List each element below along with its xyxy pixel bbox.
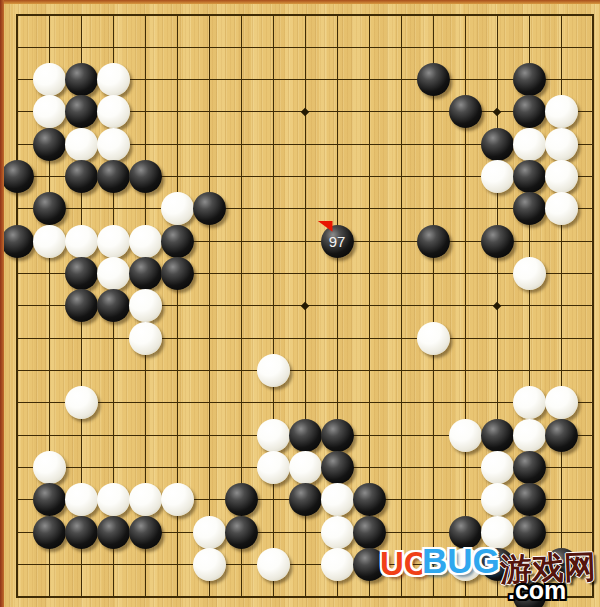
stone-black xyxy=(513,192,546,225)
stone-white xyxy=(545,160,578,193)
stone-black: 97 xyxy=(321,225,354,258)
grid-line xyxy=(401,14,402,598)
stone-white xyxy=(417,322,450,355)
stone-white xyxy=(545,128,578,161)
stone-black xyxy=(481,548,514,581)
stone-black xyxy=(33,483,66,516)
stone-white xyxy=(129,483,162,516)
stone-white xyxy=(321,483,354,516)
stone-black xyxy=(225,483,258,516)
stone-black xyxy=(545,419,578,452)
stone-black xyxy=(353,548,386,581)
stone-black xyxy=(33,192,66,225)
stone-black xyxy=(129,160,162,193)
stone-black xyxy=(417,63,450,96)
stone-black xyxy=(353,516,386,549)
stone-white xyxy=(321,548,354,581)
stone-black xyxy=(513,160,546,193)
stone-white xyxy=(481,483,514,516)
star-point xyxy=(493,108,501,116)
stone-white xyxy=(97,257,130,290)
stone-white xyxy=(257,354,290,387)
stone-black xyxy=(161,257,194,290)
stone-white xyxy=(65,128,98,161)
stone-black xyxy=(545,548,578,581)
grid-line xyxy=(16,370,594,371)
stone-black xyxy=(65,160,98,193)
stone-white xyxy=(33,225,66,258)
grid-line xyxy=(16,596,594,598)
stone-white xyxy=(513,386,546,419)
stone-black xyxy=(289,419,322,452)
stone-white xyxy=(321,516,354,549)
board-edge-top xyxy=(0,0,600,4)
grid-line xyxy=(16,338,594,339)
stone-white xyxy=(97,225,130,258)
stone-white xyxy=(513,419,546,452)
star-point xyxy=(493,302,501,310)
stone-white xyxy=(193,516,226,549)
stone-white xyxy=(449,548,482,581)
stone-white xyxy=(257,451,290,484)
stone-black xyxy=(513,483,546,516)
stone-white xyxy=(161,483,194,516)
stone-black xyxy=(289,483,322,516)
stone-black xyxy=(513,63,546,96)
stone-white xyxy=(97,483,130,516)
stone-black xyxy=(481,419,514,452)
grid-line xyxy=(16,402,594,403)
stone-black xyxy=(321,451,354,484)
stone-black xyxy=(417,225,450,258)
stone-black xyxy=(1,225,34,258)
stone-white xyxy=(129,322,162,355)
stone-white xyxy=(257,419,290,452)
stone-black xyxy=(97,289,130,322)
stone-white xyxy=(545,95,578,128)
stone-black xyxy=(481,128,514,161)
stone-black xyxy=(225,516,258,549)
stone-black xyxy=(513,516,546,549)
move-number-label: 97 xyxy=(321,225,354,258)
stone-white xyxy=(33,63,66,96)
stone-white xyxy=(481,451,514,484)
stone-white xyxy=(193,548,226,581)
stone-black xyxy=(129,257,162,290)
stone-white xyxy=(33,451,66,484)
stone-black xyxy=(353,483,386,516)
stone-white xyxy=(481,516,514,549)
stone-black xyxy=(97,516,130,549)
stone-white xyxy=(97,95,130,128)
stone-black xyxy=(449,516,482,549)
star-point xyxy=(301,302,309,310)
stone-white xyxy=(65,225,98,258)
grid-line xyxy=(592,14,594,598)
stone-black xyxy=(65,516,98,549)
stone-black xyxy=(321,419,354,452)
stone-black xyxy=(65,63,98,96)
goban: 97 xyxy=(0,0,600,607)
stone-white xyxy=(97,128,130,161)
stone-black xyxy=(193,192,226,225)
stone-black xyxy=(97,160,130,193)
stone-white xyxy=(129,225,162,258)
stone-white xyxy=(545,192,578,225)
stone-white xyxy=(161,192,194,225)
stone-black xyxy=(449,95,482,128)
stone-white xyxy=(513,128,546,161)
stone-white xyxy=(129,289,162,322)
stone-white xyxy=(97,63,130,96)
stone-white xyxy=(65,483,98,516)
stone-black xyxy=(65,257,98,290)
stone-black xyxy=(33,516,66,549)
go-board-diagram: 97 UC BUG 游戏网 .com xyxy=(0,0,600,607)
grid-line xyxy=(433,14,434,598)
stone-white xyxy=(449,419,482,452)
stone-white xyxy=(289,451,322,484)
board-edge-left xyxy=(0,0,4,607)
stone-black xyxy=(33,128,66,161)
stone-black xyxy=(513,580,546,607)
stone-white xyxy=(257,548,290,581)
stone-white xyxy=(481,160,514,193)
stone-black xyxy=(513,451,546,484)
star-point xyxy=(301,108,309,116)
stone-black xyxy=(161,225,194,258)
stone-white xyxy=(513,257,546,290)
stone-white xyxy=(33,95,66,128)
stone-black xyxy=(65,289,98,322)
stone-white xyxy=(545,386,578,419)
stone-black xyxy=(481,225,514,258)
stone-white xyxy=(65,386,98,419)
stone-black xyxy=(1,160,34,193)
stone-black xyxy=(513,95,546,128)
stone-black xyxy=(65,95,98,128)
stone-black xyxy=(129,516,162,549)
